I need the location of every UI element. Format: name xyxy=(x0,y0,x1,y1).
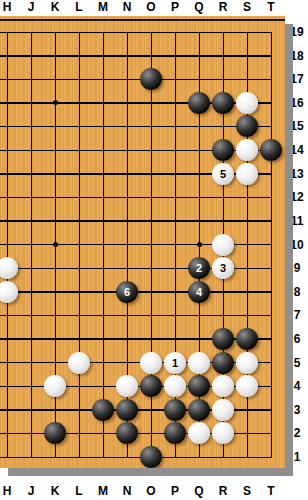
row-label-14: 14 xyxy=(286,143,308,158)
stone-white-P4 xyxy=(164,375,186,397)
column-label-bottom-M: M xyxy=(95,484,111,499)
grid-hline-11 xyxy=(0,220,272,221)
stone-white-R13: 5 xyxy=(212,163,234,185)
stone-black-Q9: 2 xyxy=(188,257,210,279)
stone-black-S6 xyxy=(236,328,258,350)
stone-black-S15 xyxy=(236,115,258,137)
stone-black-R16 xyxy=(212,92,234,114)
row-label-2: 2 xyxy=(286,426,308,441)
column-label-top-S: S xyxy=(239,0,255,15)
star-point-K10 xyxy=(53,242,58,247)
grid-hline-12 xyxy=(0,197,272,198)
column-label-bottom-P: P xyxy=(167,484,183,499)
column-label-top-M: M xyxy=(95,0,111,15)
grid-hline-7 xyxy=(0,315,272,316)
board-top-edge xyxy=(0,19,285,21)
column-label-top-T: T xyxy=(263,0,279,15)
row-label-5: 5 xyxy=(286,356,308,371)
stone-black-R14 xyxy=(212,139,234,161)
stone-black-O17 xyxy=(140,68,162,90)
column-label-bottom-H: H xyxy=(0,484,15,499)
column-label-top-Q: Q xyxy=(191,0,207,15)
column-label-bottom-R: R xyxy=(215,484,231,499)
column-label-bottom-O: O xyxy=(143,484,159,499)
stone-white-R4 xyxy=(212,375,234,397)
stone-white-S13 xyxy=(236,163,258,185)
column-label-top-R: R xyxy=(215,0,231,15)
stone-black-N2 xyxy=(116,422,138,444)
go-diagram: HJKLMNOPQRST 191817161514131211109876543… xyxy=(0,0,308,500)
column-label-bottom-T: T xyxy=(263,484,279,499)
stone-white-R2 xyxy=(212,422,234,444)
stone-white-R9: 3 xyxy=(212,257,234,279)
stone-black-Q16 xyxy=(188,92,210,114)
stone-white-H9 xyxy=(0,257,18,279)
column-label-top-N: N xyxy=(119,0,135,15)
column-label-top-J: J xyxy=(23,0,39,15)
column-label-bottom-K: K xyxy=(47,484,63,499)
row-label-16: 16 xyxy=(286,96,308,111)
stone-white-Q5 xyxy=(188,352,210,374)
stone-white-S16 xyxy=(236,92,258,114)
column-label-top-H: H xyxy=(0,0,15,15)
stone-white-R10 xyxy=(212,234,234,256)
row-label-7: 7 xyxy=(286,308,308,323)
grid-hline-18 xyxy=(0,55,272,56)
row-label-18: 18 xyxy=(286,49,308,64)
grid-hline-17 xyxy=(0,79,272,80)
stone-black-K2 xyxy=(44,422,66,444)
column-label-bottom-S: S xyxy=(239,484,255,499)
grid-hline-15 xyxy=(0,126,272,127)
stone-white-S14 xyxy=(236,139,258,161)
stone-black-R5 xyxy=(212,352,234,374)
stone-black-O1 xyxy=(140,446,162,468)
go-board[interactable]: 246531 xyxy=(0,16,285,468)
stone-black-P3 xyxy=(164,399,186,421)
row-label-8: 8 xyxy=(286,285,308,300)
grid-hline-19 xyxy=(0,32,272,33)
stone-black-N3 xyxy=(116,399,138,421)
row-label-9: 9 xyxy=(286,261,308,276)
row-label-12: 12 xyxy=(286,190,308,205)
row-label-17: 17 xyxy=(286,72,308,87)
grid-hline-1 xyxy=(0,457,272,458)
column-label-bottom-L: L xyxy=(71,484,87,499)
stone-white-K4 xyxy=(44,375,66,397)
stone-black-O4 xyxy=(140,375,162,397)
column-label-top-O: O xyxy=(143,0,159,15)
row-label-3: 3 xyxy=(286,403,308,418)
row-label-13: 13 xyxy=(286,167,308,182)
column-label-top-P: P xyxy=(167,0,183,15)
column-label-top-L: L xyxy=(71,0,87,15)
stone-white-H8 xyxy=(0,281,18,303)
row-label-4: 4 xyxy=(286,379,308,394)
stone-white-P5: 1 xyxy=(164,352,186,374)
stone-black-N8: 6 xyxy=(116,281,138,303)
star-point-Q10 xyxy=(197,242,202,247)
column-label-top-K: K xyxy=(47,0,63,15)
stone-black-Q3 xyxy=(188,399,210,421)
stone-white-Q2 xyxy=(188,422,210,444)
column-label-bottom-N: N xyxy=(119,484,135,499)
stone-white-O5 xyxy=(140,352,162,374)
column-label-bottom-J: J xyxy=(23,484,39,499)
star-point-K16 xyxy=(53,100,58,105)
stone-white-S4 xyxy=(236,375,258,397)
stone-black-Q8: 4 xyxy=(188,281,210,303)
stone-black-R6 xyxy=(212,328,234,350)
row-label-1: 1 xyxy=(286,450,308,465)
stone-black-M3 xyxy=(92,399,114,421)
stone-black-T14 xyxy=(260,139,282,161)
stone-black-Q4 xyxy=(188,375,210,397)
stone-white-S5 xyxy=(236,352,258,374)
stone-white-R3 xyxy=(212,399,234,421)
stone-black-P2 xyxy=(164,422,186,444)
row-label-15: 15 xyxy=(286,119,308,134)
row-label-11: 11 xyxy=(286,214,308,229)
row-label-19: 19 xyxy=(286,25,308,40)
row-label-6: 6 xyxy=(286,332,308,347)
stone-white-L5 xyxy=(68,352,90,374)
stone-white-N4 xyxy=(116,375,138,397)
column-label-bottom-Q: Q xyxy=(191,484,207,499)
row-label-10: 10 xyxy=(286,238,308,253)
